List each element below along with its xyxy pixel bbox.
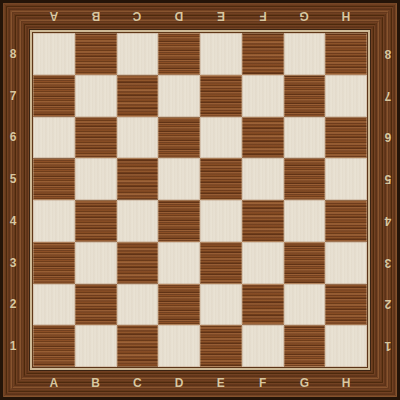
square-f2[interactable] <box>242 284 284 326</box>
square-a8[interactable] <box>33 33 75 75</box>
square-h7[interactable] <box>325 75 367 117</box>
square-f8[interactable] <box>242 33 284 75</box>
square-d7[interactable] <box>158 75 200 117</box>
square-b2[interactable] <box>75 284 117 326</box>
square-b8[interactable] <box>75 33 117 75</box>
square-g4[interactable] <box>284 200 326 242</box>
square-h6[interactable] <box>325 117 367 159</box>
square-e6[interactable] <box>200 117 242 159</box>
board-frame-top <box>0 0 400 33</box>
board-frame-bottom <box>0 367 400 400</box>
square-h4[interactable] <box>325 200 367 242</box>
square-a1[interactable] <box>33 325 75 367</box>
square-c6[interactable] <box>117 117 159 159</box>
square-c1[interactable] <box>117 325 159 367</box>
square-f7[interactable] <box>242 75 284 117</box>
square-h8[interactable] <box>325 33 367 75</box>
square-b4[interactable] <box>75 200 117 242</box>
square-a2[interactable] <box>33 284 75 326</box>
square-h2[interactable] <box>325 284 367 326</box>
square-f6[interactable] <box>242 117 284 159</box>
square-h3[interactable] <box>325 242 367 284</box>
square-g2[interactable] <box>284 284 326 326</box>
square-d4[interactable] <box>158 200 200 242</box>
square-b7[interactable] <box>75 75 117 117</box>
square-f3[interactable] <box>242 242 284 284</box>
square-g3[interactable] <box>284 242 326 284</box>
square-d3[interactable] <box>158 242 200 284</box>
square-e1[interactable] <box>200 325 242 367</box>
square-b1[interactable] <box>75 325 117 367</box>
square-g6[interactable] <box>284 117 326 159</box>
board-frame-right <box>367 0 400 400</box>
play-area <box>33 33 367 367</box>
chessboard-photo: AA88BB77CC66DD55EE44FF33GG22HH11 <box>0 0 400 400</box>
square-d6[interactable] <box>158 117 200 159</box>
chess-board: AA88BB77CC66DD55EE44FF33GG22HH11 <box>0 0 400 400</box>
board-frame-left <box>0 0 33 400</box>
square-h5[interactable] <box>325 158 367 200</box>
square-g1[interactable] <box>284 325 326 367</box>
square-e5[interactable] <box>200 158 242 200</box>
square-e2[interactable] <box>200 284 242 326</box>
square-c4[interactable] <box>117 200 159 242</box>
square-a5[interactable] <box>33 158 75 200</box>
square-b6[interactable] <box>75 117 117 159</box>
square-c3[interactable] <box>117 242 159 284</box>
square-e7[interactable] <box>200 75 242 117</box>
square-f1[interactable] <box>242 325 284 367</box>
square-f4[interactable] <box>242 200 284 242</box>
square-a7[interactable] <box>33 75 75 117</box>
square-c8[interactable] <box>117 33 159 75</box>
square-g5[interactable] <box>284 158 326 200</box>
square-e8[interactable] <box>200 33 242 75</box>
square-c5[interactable] <box>117 158 159 200</box>
square-a3[interactable] <box>33 242 75 284</box>
square-e4[interactable] <box>200 200 242 242</box>
square-b3[interactable] <box>75 242 117 284</box>
square-a6[interactable] <box>33 117 75 159</box>
square-d8[interactable] <box>158 33 200 75</box>
square-g7[interactable] <box>284 75 326 117</box>
square-c2[interactable] <box>117 284 159 326</box>
square-f5[interactable] <box>242 158 284 200</box>
square-h1[interactable] <box>325 325 367 367</box>
square-g8[interactable] <box>284 33 326 75</box>
square-d1[interactable] <box>158 325 200 367</box>
square-c7[interactable] <box>117 75 159 117</box>
square-d5[interactable] <box>158 158 200 200</box>
square-b5[interactable] <box>75 158 117 200</box>
square-a4[interactable] <box>33 200 75 242</box>
square-e3[interactable] <box>200 242 242 284</box>
square-d2[interactable] <box>158 284 200 326</box>
